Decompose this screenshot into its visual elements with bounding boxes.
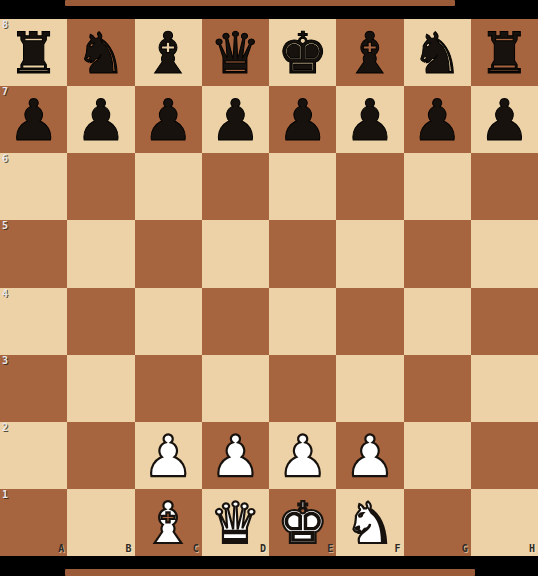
piece-black-pawn[interactable]: ♟: [479, 92, 530, 149]
piece-black-pawn[interactable]: ♟: [344, 92, 395, 149]
piece-white-king[interactable]: ♚: [277, 495, 328, 552]
square-g3[interactable]: [404, 355, 471, 422]
square-d8[interactable]: ♛: [202, 19, 269, 86]
rank-label-5: 5: [2, 220, 8, 231]
square-c5[interactable]: [135, 220, 202, 287]
bottom-scrollbar[interactable]: [65, 569, 475, 576]
square-g6[interactable]: [404, 153, 471, 220]
square-b5[interactable]: [67, 220, 134, 287]
rank-label-3: 3: [2, 355, 8, 366]
square-f7[interactable]: ♟: [336, 86, 403, 153]
square-g7[interactable]: ♟: [404, 86, 471, 153]
rank-label-6: 6: [2, 153, 8, 164]
piece-black-pawn[interactable]: ♟: [412, 92, 463, 149]
square-f4[interactable]: [336, 288, 403, 355]
square-e1[interactable]: ♚E: [269, 489, 336, 556]
square-b8[interactable]: ♞: [67, 19, 134, 86]
square-g8[interactable]: ♞: [404, 19, 471, 86]
rank-label-1: 1: [2, 489, 8, 500]
piece-black-rook[interactable]: ♜: [8, 25, 59, 82]
piece-black-king[interactable]: ♚: [277, 25, 328, 82]
square-f8[interactable]: ♝: [336, 19, 403, 86]
rank-label-4: 4: [2, 288, 8, 299]
file-label-a: A: [58, 544, 64, 554]
square-d1[interactable]: ♛D: [202, 489, 269, 556]
piece-black-knight[interactable]: ♞: [412, 25, 463, 82]
square-c4[interactable]: [135, 288, 202, 355]
piece-black-pawn[interactable]: ♟: [8, 92, 59, 149]
square-c8[interactable]: ♝: [135, 19, 202, 86]
square-b2[interactable]: [67, 422, 134, 489]
square-h7[interactable]: ♟: [471, 86, 538, 153]
top-scrollbar[interactable]: [65, 0, 455, 6]
square-f1[interactable]: ♞F: [336, 489, 403, 556]
square-a8[interactable]: ♜8: [0, 19, 67, 86]
square-a1[interactable]: 1A: [0, 489, 67, 556]
square-d7[interactable]: ♟: [202, 86, 269, 153]
piece-black-knight[interactable]: ♞: [75, 25, 126, 82]
square-b3[interactable]: [67, 355, 134, 422]
screen: ♜8♞♝♛♚♝♞♜♟7♟♟♟♟♟♟♟65432♟♟♟♟1AB♝C♛D♚E♞FGH: [0, 0, 538, 576]
square-a2[interactable]: 2: [0, 422, 67, 489]
square-c1[interactable]: ♝C: [135, 489, 202, 556]
square-e4[interactable]: [269, 288, 336, 355]
piece-white-knight[interactable]: ♞: [344, 495, 395, 552]
piece-white-pawn[interactable]: ♟: [277, 428, 328, 485]
square-c2[interactable]: ♟: [135, 422, 202, 489]
square-a3[interactable]: 3: [0, 355, 67, 422]
square-h5[interactable]: [471, 220, 538, 287]
square-c6[interactable]: [135, 153, 202, 220]
piece-black-pawn[interactable]: ♟: [277, 92, 328, 149]
square-e6[interactable]: [269, 153, 336, 220]
square-b1[interactable]: B: [67, 489, 134, 556]
square-g1[interactable]: G: [404, 489, 471, 556]
square-b4[interactable]: [67, 288, 134, 355]
piece-black-rook[interactable]: ♜: [479, 25, 530, 82]
piece-white-bishop[interactable]: ♝: [143, 495, 194, 552]
square-d3[interactable]: [202, 355, 269, 422]
chess-board: ♜8♞♝♛♚♝♞♜♟7♟♟♟♟♟♟♟65432♟♟♟♟1AB♝C♛D♚E♞FGH: [0, 19, 538, 556]
file-label-g: G: [462, 544, 468, 554]
square-h1[interactable]: H: [471, 489, 538, 556]
file-label-b: B: [125, 544, 131, 554]
square-f6[interactable]: [336, 153, 403, 220]
square-h8[interactable]: ♜: [471, 19, 538, 86]
square-f5[interactable]: [336, 220, 403, 287]
square-d4[interactable]: [202, 288, 269, 355]
square-a4[interactable]: 4: [0, 288, 67, 355]
square-e5[interactable]: [269, 220, 336, 287]
square-a7[interactable]: ♟7: [0, 86, 67, 153]
square-e2[interactable]: ♟: [269, 422, 336, 489]
square-g4[interactable]: [404, 288, 471, 355]
square-e8[interactable]: ♚: [269, 19, 336, 86]
square-f2[interactable]: ♟: [336, 422, 403, 489]
piece-black-pawn[interactable]: ♟: [210, 92, 261, 149]
square-h2[interactable]: [471, 422, 538, 489]
square-d5[interactable]: [202, 220, 269, 287]
piece-white-pawn[interactable]: ♟: [210, 428, 261, 485]
square-g5[interactable]: [404, 220, 471, 287]
square-d6[interactable]: [202, 153, 269, 220]
file-label-h: H: [529, 544, 535, 554]
square-d2[interactable]: ♟: [202, 422, 269, 489]
piece-white-pawn[interactable]: ♟: [344, 428, 395, 485]
square-h4[interactable]: [471, 288, 538, 355]
square-e7[interactable]: ♟: [269, 86, 336, 153]
square-a6[interactable]: 6: [0, 153, 67, 220]
piece-black-pawn[interactable]: ♟: [75, 92, 126, 149]
square-h3[interactable]: [471, 355, 538, 422]
square-c3[interactable]: [135, 355, 202, 422]
rank-label-2: 2: [2, 422, 8, 433]
square-c7[interactable]: ♟: [135, 86, 202, 153]
piece-black-bishop[interactable]: ♝: [344, 25, 395, 82]
square-h6[interactable]: [471, 153, 538, 220]
piece-black-bishop[interactable]: ♝: [143, 25, 194, 82]
square-e3[interactable]: [269, 355, 336, 422]
square-b6[interactable]: [67, 153, 134, 220]
piece-white-queen[interactable]: ♛: [210, 495, 261, 552]
piece-black-pawn[interactable]: ♟: [143, 92, 194, 149]
square-b7[interactable]: ♟: [67, 86, 134, 153]
square-a5[interactable]: 5: [0, 220, 67, 287]
square-f3[interactable]: [336, 355, 403, 422]
piece-black-queen[interactable]: ♛: [210, 25, 261, 82]
piece-white-pawn[interactable]: ♟: [143, 428, 194, 485]
square-g2[interactable]: [404, 422, 471, 489]
